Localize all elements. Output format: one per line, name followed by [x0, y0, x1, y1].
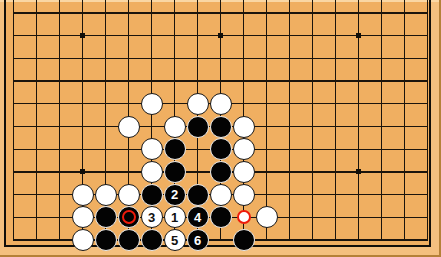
move-number: 3 [148, 211, 155, 224]
black-stone [95, 206, 117, 228]
white-stone [72, 206, 94, 228]
white-stone: 3 [141, 206, 163, 228]
white-stone [187, 93, 209, 115]
white-stone [233, 116, 255, 138]
white-stone: 5 [164, 229, 186, 251]
white-stone [233, 138, 255, 160]
white-stone: 1 [164, 206, 186, 228]
black-stone [164, 161, 186, 183]
black-stone [187, 184, 209, 206]
black-stone [210, 138, 232, 160]
move-number: 5 [171, 234, 178, 247]
circled-stone-mark [122, 210, 136, 224]
board-edge-right [429, 0, 431, 247]
black-stone: 6 [187, 229, 209, 251]
grid-line-horizontal [13, 58, 428, 59]
black-stone [187, 116, 209, 138]
white-stone [118, 116, 140, 138]
white-stone [164, 116, 186, 138]
white-stone [95, 184, 117, 206]
white-stone [141, 161, 163, 183]
star-point [80, 169, 85, 174]
white-stone [210, 184, 232, 206]
grid-line-horizontal [13, 12, 428, 13]
black-stone [164, 138, 186, 160]
move-number: 6 [194, 234, 201, 247]
black-stone [210, 116, 232, 138]
black-stone [141, 229, 163, 251]
white-stone [141, 138, 163, 160]
white-stone [233, 161, 255, 183]
star-point [218, 33, 223, 38]
white-stone [210, 93, 232, 115]
black-stone: 4 [187, 206, 209, 228]
black-stone: 2 [164, 184, 186, 206]
move-number: 2 [171, 188, 178, 201]
black-stone [210, 206, 232, 228]
black-stone [118, 229, 140, 251]
black-stone [141, 184, 163, 206]
circled-empty-point-mark [237, 210, 251, 224]
move-number: 4 [194, 211, 201, 224]
white-stone [72, 184, 94, 206]
white-stone [256, 206, 278, 228]
white-stone [118, 184, 140, 206]
board-edge-bottom [4, 245, 432, 248]
star-point [356, 33, 361, 38]
black-stone [210, 161, 232, 183]
move-number: 1 [171, 211, 178, 224]
white-stone [233, 184, 255, 206]
white-stone [141, 93, 163, 115]
go-board-diagram: 231456 [0, 0, 441, 257]
board-edge-left [4, 0, 6, 247]
black-stone [233, 229, 255, 251]
star-point [80, 33, 85, 38]
black-stone [95, 229, 117, 251]
white-stone [72, 229, 94, 251]
grid-line-horizontal [13, 80, 428, 81]
star-point [356, 169, 361, 174]
